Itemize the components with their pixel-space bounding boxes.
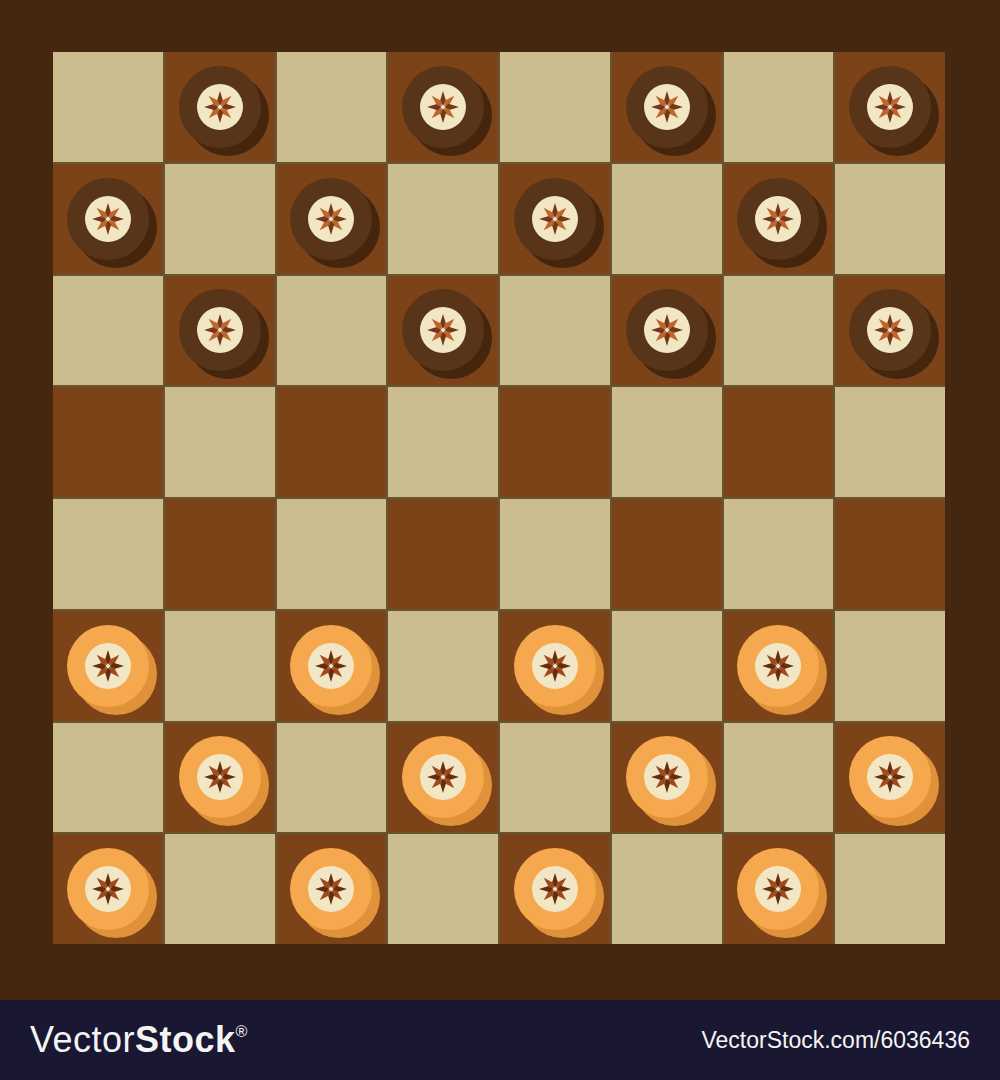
piece-inner-disc [85, 643, 131, 689]
light-piece [179, 736, 261, 818]
star-rosette-icon [537, 871, 573, 907]
square-r7c3 [277, 723, 387, 833]
dark-piece [626, 289, 708, 371]
square-r8c3 [277, 834, 387, 944]
square-r6c4 [388, 611, 498, 721]
square-r1c1 [53, 52, 163, 162]
piece-inner-disc [197, 754, 243, 800]
square-r4c8 [835, 387, 945, 497]
dark-piece [402, 66, 484, 148]
square-r2c8 [835, 164, 945, 274]
stock-image-canvas: VectorStock® VectorStock.com/6036436 [0, 0, 1000, 1080]
image-credit-url: VectorStock.com/6036436 [702, 1027, 971, 1054]
square-r6c3 [277, 611, 387, 721]
square-r2c2 [165, 164, 275, 274]
light-piece [514, 625, 596, 707]
square-r5c4 [388, 499, 498, 609]
dark-piece [849, 66, 931, 148]
square-r7c1 [53, 723, 163, 833]
piece-inner-disc [420, 307, 466, 353]
light-piece [67, 848, 149, 930]
square-r5c1 [53, 499, 163, 609]
dark-piece [402, 289, 484, 371]
square-r2c6 [612, 164, 722, 274]
light-piece [402, 736, 484, 818]
square-r8c4 [388, 834, 498, 944]
star-rosette-icon [90, 648, 126, 684]
piece-inner-disc [755, 866, 801, 912]
square-r6c7 [724, 611, 834, 721]
square-r6c2 [165, 611, 275, 721]
piece-inner-disc [755, 196, 801, 242]
square-r3c3 [277, 276, 387, 386]
square-r5c8 [835, 499, 945, 609]
piece-inner-disc [867, 84, 913, 130]
piece-inner-disc [644, 84, 690, 130]
square-r8c2 [165, 834, 275, 944]
piece-inner-disc [644, 754, 690, 800]
square-r2c5 [500, 164, 610, 274]
piece-inner-disc [867, 307, 913, 353]
square-r2c7 [724, 164, 834, 274]
dark-piece [514, 178, 596, 260]
star-rosette-icon [313, 201, 349, 237]
star-rosette-icon [872, 89, 908, 125]
square-r5c7 [724, 499, 834, 609]
square-r1c7 [724, 52, 834, 162]
star-rosette-icon [760, 871, 796, 907]
piece-inner-disc [85, 196, 131, 242]
square-r3c7 [724, 276, 834, 386]
square-r4c1 [53, 387, 163, 497]
piece-inner-disc [532, 643, 578, 689]
piece-inner-disc [532, 866, 578, 912]
square-r4c4 [388, 387, 498, 497]
square-r4c7 [724, 387, 834, 497]
square-r5c5 [500, 499, 610, 609]
star-rosette-icon [90, 871, 126, 907]
star-rosette-icon [425, 89, 461, 125]
star-rosette-icon [649, 759, 685, 795]
light-piece [737, 848, 819, 930]
square-r5c6 [612, 499, 722, 609]
light-piece [626, 736, 708, 818]
square-r2c1 [53, 164, 163, 274]
light-piece [67, 625, 149, 707]
light-piece [737, 625, 819, 707]
dark-piece [179, 66, 261, 148]
star-rosette-icon [760, 201, 796, 237]
dark-piece [179, 289, 261, 371]
square-r3c1 [53, 276, 163, 386]
star-rosette-icon [202, 89, 238, 125]
star-rosette-icon [760, 648, 796, 684]
square-r4c3 [277, 387, 387, 497]
square-r4c2 [165, 387, 275, 497]
square-r3c2 [165, 276, 275, 386]
piece-inner-disc [867, 754, 913, 800]
piece-inner-disc [755, 643, 801, 689]
square-r1c4 [388, 52, 498, 162]
watermark-bar: VectorStock® VectorStock.com/6036436 [0, 1000, 1000, 1080]
square-r2c4 [388, 164, 498, 274]
star-rosette-icon [90, 201, 126, 237]
star-rosette-icon [872, 312, 908, 348]
square-r6c1 [53, 611, 163, 721]
square-r7c7 [724, 723, 834, 833]
star-rosette-icon [872, 759, 908, 795]
square-r1c8 [835, 52, 945, 162]
star-rosette-icon [649, 89, 685, 125]
logo-text-bold: Stock [135, 1019, 236, 1060]
square-r6c6 [612, 611, 722, 721]
square-r7c5 [500, 723, 610, 833]
vectorstock-logo: VectorStock® [30, 1019, 248, 1061]
star-rosette-icon [425, 759, 461, 795]
square-r5c3 [277, 499, 387, 609]
piece-inner-disc [308, 866, 354, 912]
piece-inner-disc [197, 84, 243, 130]
piece-inner-disc [197, 307, 243, 353]
piece-inner-disc [308, 196, 354, 242]
square-r8c6 [612, 834, 722, 944]
light-piece [290, 625, 372, 707]
square-r1c5 [500, 52, 610, 162]
light-piece [849, 736, 931, 818]
piece-inner-disc [644, 307, 690, 353]
square-r2c3 [277, 164, 387, 274]
star-rosette-icon [313, 871, 349, 907]
dark-piece [67, 178, 149, 260]
piece-inner-disc [308, 643, 354, 689]
square-r4c6 [612, 387, 722, 497]
square-r7c4 [388, 723, 498, 833]
checkers-board [53, 52, 945, 944]
square-r3c5 [500, 276, 610, 386]
square-r6c5 [500, 611, 610, 721]
piece-inner-disc [420, 84, 466, 130]
square-r5c2 [165, 499, 275, 609]
dark-piece [737, 178, 819, 260]
square-r3c4 [388, 276, 498, 386]
square-r1c3 [277, 52, 387, 162]
dark-piece [626, 66, 708, 148]
star-rosette-icon [649, 312, 685, 348]
star-rosette-icon [313, 648, 349, 684]
piece-inner-disc [420, 754, 466, 800]
square-r8c8 [835, 834, 945, 944]
star-rosette-icon [425, 312, 461, 348]
square-r3c6 [612, 276, 722, 386]
logo-text-light: Vector [30, 1019, 135, 1060]
square-r1c2 [165, 52, 275, 162]
star-rosette-icon [202, 312, 238, 348]
square-r8c7 [724, 834, 834, 944]
square-r4c5 [500, 387, 610, 497]
star-rosette-icon [202, 759, 238, 795]
registered-mark: ® [236, 1023, 248, 1040]
square-r8c5 [500, 834, 610, 944]
star-rosette-icon [537, 648, 573, 684]
square-r1c6 [612, 52, 722, 162]
light-piece [514, 848, 596, 930]
square-r7c8 [835, 723, 945, 833]
square-r3c8 [835, 276, 945, 386]
light-piece [290, 848, 372, 930]
dark-piece [290, 178, 372, 260]
square-r6c8 [835, 611, 945, 721]
star-rosette-icon [537, 201, 573, 237]
square-r8c1 [53, 834, 163, 944]
square-r7c2 [165, 723, 275, 833]
piece-inner-disc [532, 196, 578, 242]
square-r7c6 [612, 723, 722, 833]
dark-piece [849, 289, 931, 371]
piece-inner-disc [85, 866, 131, 912]
